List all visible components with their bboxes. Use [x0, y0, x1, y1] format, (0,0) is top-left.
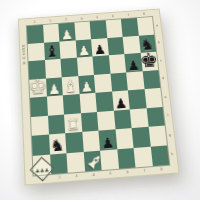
square[interactable] [134, 146, 153, 167]
square-f3[interactable]: ♜ [64, 113, 82, 133]
square[interactable] [97, 110, 115, 130]
coord-right-label: f [167, 114, 169, 118]
coord-right-label: h [171, 152, 174, 156]
square-a3[interactable]: ♟ [58, 23, 75, 41]
square[interactable] [79, 93, 97, 113]
square[interactable] [59, 40, 76, 59]
square[interactable] [95, 92, 113, 112]
black-pawn-c7[interactable]: ♟ [127, 58, 141, 72]
square-d4[interactable]: ♟ [78, 74, 96, 94]
square[interactable] [110, 72, 128, 92]
vinyl-board: ♟♝♟♟♞♟♚♚♟♝♟♟♜♞♟♝ 12345678 12345678 abcde… [18, 9, 180, 186]
emblem-club-icons: ♣♣♣ [31, 157, 54, 180]
square[interactable] [74, 22, 91, 40]
coord-bottom-label: 6 [126, 170, 129, 174]
white-rook-f3[interactable]: ♜ [66, 117, 81, 133]
coord-bottom-label: 7 [143, 169, 146, 173]
square[interactable] [113, 109, 131, 129]
white-pawn-a3[interactable]: ♟ [60, 28, 73, 41]
board-emblem: ♣♣♣ [31, 157, 54, 180]
white-bishop-d3[interactable]: ♝ [62, 78, 78, 95]
board-brand-text: ® CHESS [21, 44, 27, 65]
square[interactable] [32, 135, 50, 156]
square[interactable] [47, 114, 65, 134]
square-g5[interactable]: ♟ [98, 129, 116, 150]
square-c8[interactable]: ♚ [140, 52, 158, 71]
white-pawn-b4[interactable]: ♟ [77, 44, 90, 58]
coord-top-label: 6 [112, 15, 114, 19]
square[interactable] [31, 115, 49, 135]
square[interactable] [132, 127, 151, 148]
coord-top-label: 2 [49, 19, 51, 23]
square[interactable] [44, 59, 61, 78]
square-h4[interactable]: ♝ [83, 150, 101, 171]
square[interactable] [115, 128, 133, 149]
coord-right-label: d [162, 76, 165, 80]
square-b4[interactable]: ♟ [75, 39, 92, 58]
coord-top-label: 4 [80, 17, 82, 21]
square[interactable] [43, 24, 60, 43]
square-d3[interactable]: ♝ [62, 76, 79, 96]
square-d2[interactable]: ♟ [45, 77, 62, 97]
square[interactable] [121, 18, 138, 36]
coord-top-label: 8 [143, 12, 145, 16]
white-pawn-d2[interactable]: ♟ [48, 82, 61, 96]
square[interactable] [76, 56, 93, 75]
coord-top-label: 7 [127, 13, 129, 17]
black-pawn-g5[interactable]: ♟ [101, 135, 115, 150]
coord-bottom-label: 3 [75, 174, 78, 178]
square[interactable] [117, 148, 136, 169]
square-d1[interactable]: ♚ [29, 78, 46, 98]
square[interactable] [128, 89, 146, 109]
black-pawn-e6[interactable]: ♟ [114, 96, 128, 110]
board-grid: ♟♝♟♟♞♟♚♚♟♝♟♟♜♞♟♝ [27, 17, 169, 175]
coord-top-label: 5 [96, 16, 98, 20]
square[interactable] [30, 97, 47, 117]
coord-bottom-label: 8 [160, 167, 163, 171]
black-bishop-b2[interactable]: ♝ [44, 43, 60, 60]
coord-right-label: c [160, 58, 162, 62]
black-pawn-b5[interactable]: ♟ [93, 43, 106, 57]
chess-board: ♟♝♟♟♞♟♚♚♟♝♟♟♜♞♟♝ 12345678 12345678 abcde… [18, 9, 180, 186]
coord-bottom-label: 2 [58, 175, 61, 179]
square[interactable] [80, 112, 98, 132]
square[interactable] [130, 108, 148, 128]
coord-right-label: a [156, 23, 158, 27]
black-king-c8[interactable]: ♚ [139, 50, 159, 71]
coord-top-label: 1 [33, 20, 35, 24]
coord-right-label: b [158, 41, 161, 45]
coord-top-label: 3 [65, 18, 67, 22]
square-g2[interactable]: ♞ [49, 133, 67, 154]
square[interactable] [46, 95, 64, 115]
square[interactable] [94, 73, 112, 93]
square[interactable] [27, 25, 44, 44]
white-king-d1[interactable]: ♚ [28, 77, 48, 98]
coord-right-label: g [168, 133, 171, 137]
square[interactable] [60, 58, 77, 77]
square[interactable] [28, 42, 45, 61]
square[interactable] [107, 37, 125, 56]
square-e6[interactable]: ♟ [112, 90, 130, 110]
square[interactable] [66, 151, 84, 172]
coord-bottom-label: 5 [109, 171, 112, 175]
square[interactable] [65, 132, 83, 153]
coord-right-label: e [164, 95, 167, 99]
square[interactable] [126, 71, 144, 91]
square[interactable] [82, 131, 100, 152]
square[interactable] [105, 19, 122, 37]
table-background: ♟♝♟♟♞♟♚♚♟♝♟♟♜♞♟♝ 12345678 12345678 abcde… [0, 0, 200, 200]
square[interactable] [108, 54, 126, 73]
square[interactable] [90, 20, 107, 38]
square-b5[interactable]: ♟ [91, 38, 108, 57]
square[interactable] [92, 55, 110, 74]
square-b2[interactable]: ♝ [44, 41, 61, 60]
square[interactable] [123, 35, 141, 54]
square[interactable] [63, 94, 81, 114]
black-knight-g2[interactable]: ♞ [50, 137, 66, 154]
white-pawn-d4[interactable]: ♟ [80, 80, 93, 94]
